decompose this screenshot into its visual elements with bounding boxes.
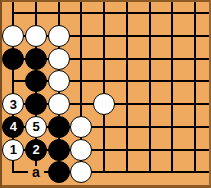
stone-white [93, 93, 115, 115]
stone-black [2, 48, 24, 70]
grid-vertical-line [194, 2, 196, 173]
stone-white [48, 93, 70, 115]
stone-white [70, 116, 92, 138]
stone-white [48, 48, 70, 70]
move-4-stone-black: 4 [2, 116, 24, 138]
stone-black [48, 116, 70, 138]
stone-white [48, 25, 70, 47]
grid-vertical-line [149, 2, 151, 173]
grid-vertical-line [103, 2, 105, 173]
grid-vertical-line [171, 2, 173, 173]
stone-black [25, 93, 47, 115]
grid-vertical-line [126, 2, 128, 173]
move-5-stone-white: 5 [25, 116, 47, 138]
stone-black [48, 139, 70, 161]
move-1-stone-white: 1 [2, 139, 24, 161]
stone-white [2, 25, 24, 47]
move-2-stone-black: 2 [25, 139, 47, 161]
grid-horizontal-line [12, 12, 209, 14]
stone-black [25, 48, 47, 70]
stone-white [48, 70, 70, 92]
point-label-a: a [28, 166, 44, 179]
stone-black [25, 70, 47, 92]
stone-white [25, 25, 47, 47]
stone-white [70, 161, 92, 183]
stone-white [70, 139, 92, 161]
move-3-stone-white: 3 [2, 93, 24, 115]
go-board-diagram: 34512a [0, 0, 211, 188]
stone-black [48, 161, 70, 183]
